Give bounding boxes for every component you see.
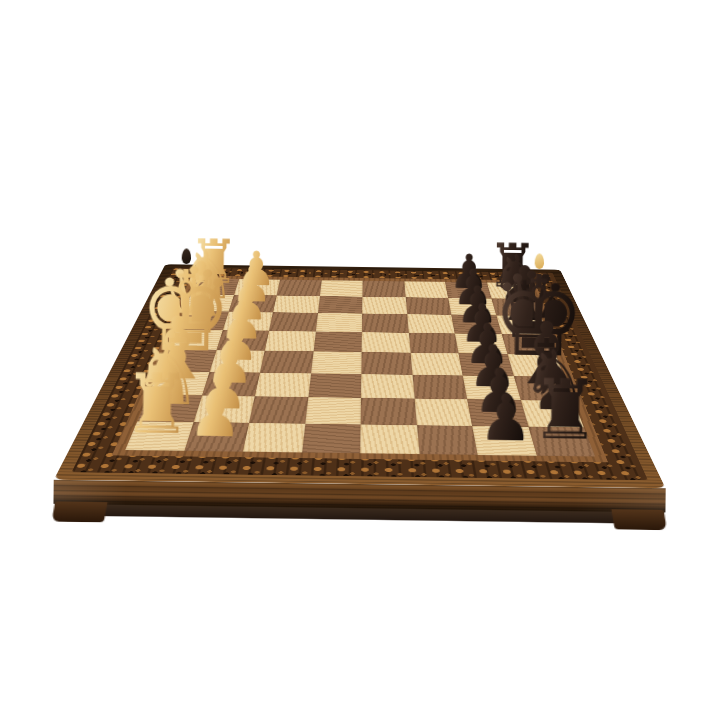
square-h1[interactable]: ♜ <box>125 421 193 451</box>
square-b4[interactable] <box>318 296 363 314</box>
square-d4[interactable] <box>313 331 362 352</box>
chess-board: ♜♟♟♜♞♟♟♞♝♟♟♝♛♟♟♛♚♟♟♚♝♟♟♝♞♟♟♞♜♟♟♜ <box>54 264 666 488</box>
board-grid: ♜♟♟♜♞♟♟♞♝♟♟♝♛♟♟♛♚♟♟♚♝♟♟♝♞♟♟♞♜♟♟♜ <box>125 278 595 456</box>
square-h3[interactable] <box>243 423 305 453</box>
square-a3[interactable] <box>277 280 322 296</box>
square-f6[interactable] <box>412 375 467 400</box>
board-foot-right <box>612 509 667 530</box>
square-b3[interactable] <box>273 295 320 313</box>
square-d3[interactable] <box>265 331 316 352</box>
square-d5[interactable] <box>362 332 410 353</box>
piece-glyph: ♟ <box>188 382 243 447</box>
square-a4[interactable] <box>320 280 363 296</box>
square-g6[interactable] <box>414 399 472 426</box>
square-h7[interactable]: ♟ <box>472 426 536 456</box>
square-d6[interactable] <box>408 333 458 354</box>
piece-glyph: ♜ <box>122 363 192 446</box>
piece-glyph: ♟ <box>479 386 534 451</box>
square-a5[interactable] <box>362 281 405 297</box>
square-g3[interactable] <box>249 396 308 423</box>
board-underside <box>96 504 622 523</box>
square-h6[interactable] <box>416 425 477 455</box>
square-h2[interactable]: ♟ <box>184 422 249 452</box>
square-e6[interactable] <box>410 353 463 376</box>
scene: ♜♟♟♜♞♟♟♞♝♟♟♝♛♟♟♛♚♟♟♚♝♟♟♝♞♟♟♞♜♟♟♜ <box>0 0 720 720</box>
square-h5[interactable] <box>360 424 419 454</box>
square-h8[interactable]: ♜ <box>528 427 595 457</box>
black-king-finial <box>534 253 544 269</box>
piece-glyph: ♜ <box>530 369 600 452</box>
product-photo: ♜♟♟♜♞♟♟♞♝♟♟♝♛♟♟♛♚♟♟♚♝♟♟♝♞♟♟♞♜♟♟♜ <box>0 0 720 720</box>
square-g4[interactable] <box>305 397 361 424</box>
square-g5[interactable] <box>361 398 417 425</box>
board-foot-left <box>51 501 107 522</box>
square-h4[interactable] <box>301 423 360 453</box>
